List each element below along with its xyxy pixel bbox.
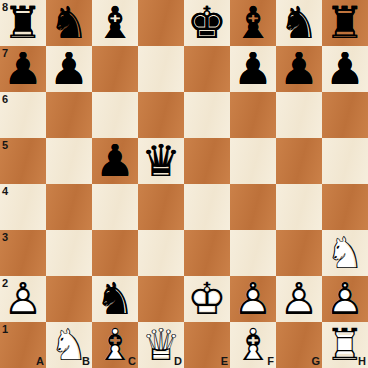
square-e1[interactable]: E [184,322,230,368]
square-f8[interactable]: ♝♗ [230,0,276,46]
square-f5[interactable] [230,138,276,184]
rank-label-4: 4 [2,186,8,197]
square-g1[interactable]: G [276,322,322,368]
square-a8[interactable]: 8♜♖ [0,0,46,46]
square-d5[interactable]: ♛♕ [138,138,184,184]
square-f1[interactable]: F♝♗ [230,322,276,368]
square-h3[interactable]: ♞♘ [322,230,368,276]
square-b2[interactable] [46,276,92,322]
square-h5[interactable] [322,138,368,184]
square-a5[interactable]: 5 [0,138,46,184]
black-bishop[interactable]: ♝♗ [230,0,276,46]
piece-glyph-fill: ♟︎ [230,46,276,92]
square-b4[interactable] [46,184,92,230]
piece-glyph-fill: ♝ [92,0,138,46]
square-e5[interactable] [184,138,230,184]
square-a6[interactable]: 6 [0,92,46,138]
piece-glyph-outline: ♙ [92,138,138,184]
file-label-d: D [174,356,182,367]
piece-glyph-fill: ♟︎ [276,276,322,322]
piece-glyph-fill: ♟︎ [322,46,368,92]
file-label-e: E [221,356,228,367]
black-knight[interactable]: ♞♘ [92,276,138,322]
piece-glyph-fill: ♟︎ [46,46,92,92]
square-e3[interactable] [184,230,230,276]
square-e2[interactable]: ♚♔ [184,276,230,322]
black-pawn[interactable]: ♟︎♙ [230,46,276,92]
square-c7[interactable] [92,46,138,92]
square-c3[interactable] [92,230,138,276]
square-h6[interactable] [322,92,368,138]
square-h2[interactable]: ♟︎♙ [322,276,368,322]
piece-glyph-outline: ♙ [230,276,276,322]
piece-glyph-fill: ♝ [230,0,276,46]
piece-glyph-outline: ♔ [184,0,230,46]
square-b6[interactable] [46,92,92,138]
square-c8[interactable]: ♝♗ [92,0,138,46]
piece-glyph-outline: ♗ [230,0,276,46]
black-rook[interactable]: ♜♖ [322,0,368,46]
square-b1[interactable]: B♞♘ [46,322,92,368]
square-f6[interactable] [230,92,276,138]
piece-glyph-outline: ♔ [184,276,230,322]
piece-glyph-fill: ♚ [184,276,230,322]
white-king[interactable]: ♚♔ [184,276,230,322]
square-b3[interactable] [46,230,92,276]
piece-glyph-outline: ♙ [230,46,276,92]
file-label-h: H [358,356,366,367]
white-pawn[interactable]: ♟︎♙ [322,276,368,322]
square-f3[interactable] [230,230,276,276]
piece-glyph-outline: ♗ [92,0,138,46]
rank-label-8: 8 [2,2,8,13]
square-b8[interactable]: ♞♘ [46,0,92,46]
black-bishop[interactable]: ♝♗ [92,0,138,46]
square-e7[interactable] [184,46,230,92]
chess-board: 8♜♖♞♘♝♗♚♔♝♗♞♘♜♖7♟︎♙♟︎♙♟︎♙♟︎♙♟︎♙65♟︎♙♛♕43… [0,0,368,368]
file-label-c: C [128,356,136,367]
piece-glyph-outline: ♘ [322,230,368,276]
square-c2[interactable]: ♞♘ [92,276,138,322]
square-b7[interactable]: ♟︎♙ [46,46,92,92]
piece-glyph-fill: ♛ [138,138,184,184]
piece-glyph-fill: ♞ [322,230,368,276]
square-g4[interactable] [276,184,322,230]
black-queen[interactable]: ♛♕ [138,138,184,184]
square-b5[interactable] [46,138,92,184]
rank-label-2: 2 [2,278,8,289]
square-g7[interactable]: ♟︎♙ [276,46,322,92]
square-d1[interactable]: D♛♕ [138,322,184,368]
rank-label-6: 6 [2,94,8,105]
square-c6[interactable] [92,92,138,138]
piece-glyph-outline: ♙ [46,46,92,92]
white-pawn[interactable]: ♟︎♙ [276,276,322,322]
square-g5[interactable] [276,138,322,184]
square-f2[interactable]: ♟︎♙ [230,276,276,322]
piece-glyph-outline: ♖ [322,0,368,46]
black-pawn[interactable]: ♟︎♙ [92,138,138,184]
piece-glyph-fill: ♜ [322,0,368,46]
file-label-a: A [36,356,44,367]
piece-glyph-outline: ♘ [276,0,322,46]
square-c1[interactable]: C♝♗ [92,322,138,368]
square-c4[interactable] [92,184,138,230]
square-d6[interactable] [138,92,184,138]
piece-glyph-outline: ♙ [276,276,322,322]
piece-glyph-fill: ♞ [92,276,138,322]
square-f4[interactable] [230,184,276,230]
square-d4[interactable] [138,184,184,230]
piece-glyph-fill: ♟︎ [230,276,276,322]
square-h8[interactable]: ♜♖ [322,0,368,46]
square-a2[interactable]: 2♟︎♙ [0,276,46,322]
piece-glyph-outline: ♙ [276,46,322,92]
square-a1[interactable]: 1A [0,322,46,368]
white-pawn[interactable]: ♟︎♙ [230,276,276,322]
square-h4[interactable] [322,184,368,230]
file-label-f: F [267,356,274,367]
black-knight[interactable]: ♞♘ [46,0,92,46]
file-label-g: G [311,356,320,367]
square-g3[interactable] [276,230,322,276]
square-c5[interactable]: ♟︎♙ [92,138,138,184]
square-f7[interactable]: ♟︎♙ [230,46,276,92]
piece-glyph-outline: ♘ [92,276,138,322]
square-g6[interactable] [276,92,322,138]
piece-glyph-outline: ♘ [46,0,92,46]
piece-glyph-fill: ♞ [46,0,92,46]
square-h1[interactable]: H♜♖ [322,322,368,368]
square-a7[interactable]: 7♟︎♙ [0,46,46,92]
square-e8[interactable]: ♚♔ [184,0,230,46]
piece-glyph-outline: ♕ [138,138,184,184]
square-g2[interactable]: ♟︎♙ [276,276,322,322]
square-e6[interactable] [184,92,230,138]
piece-glyph-fill: ♞ [276,0,322,46]
square-d8[interactable] [138,0,184,46]
square-h7[interactable]: ♟︎♙ [322,46,368,92]
rank-label-1: 1 [2,324,8,335]
white-knight[interactable]: ♞♘ [322,230,368,276]
black-pawn[interactable]: ♟︎♙ [322,46,368,92]
piece-glyph-fill: ♟︎ [276,46,322,92]
piece-glyph-fill: ♟︎ [322,276,368,322]
black-king[interactable]: ♚♔ [184,0,230,46]
square-a4[interactable]: 4 [0,184,46,230]
square-a3[interactable]: 3 [0,230,46,276]
piece-glyph-outline: ♙ [322,46,368,92]
rank-label-5: 5 [2,140,8,151]
piece-glyph-fill: ♚ [184,0,230,46]
square-d3[interactable] [138,230,184,276]
piece-glyph-outline: ♙ [322,276,368,322]
rank-label-7: 7 [2,48,8,59]
square-d7[interactable] [138,46,184,92]
square-g8[interactable]: ♞♘ [276,0,322,46]
black-pawn[interactable]: ♟︎♙ [276,46,322,92]
square-e4[interactable] [184,184,230,230]
square-d2[interactable] [138,276,184,322]
black-knight[interactable]: ♞♘ [276,0,322,46]
rank-label-3: 3 [2,232,8,243]
piece-glyph-fill: ♟︎ [92,138,138,184]
black-pawn[interactable]: ♟︎♙ [46,46,92,92]
file-label-b: B [82,356,90,367]
